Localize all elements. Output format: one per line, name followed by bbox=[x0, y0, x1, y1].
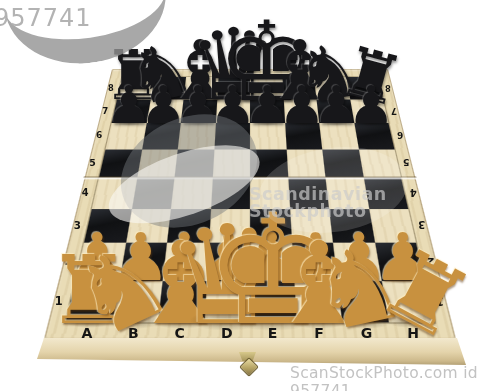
rank-label-left-6: 6 bbox=[96, 130, 102, 140]
square-h4[interactable] bbox=[363, 177, 408, 208]
rank-label-right-6: 6 bbox=[397, 130, 403, 140]
square-a4[interactable] bbox=[92, 177, 137, 208]
rank-label-right-5: 5 bbox=[403, 157, 410, 168]
square-a5[interactable] bbox=[99, 149, 142, 177]
watermark-id-text: 957741 bbox=[0, 4, 92, 32]
rank-label-right-4: 4 bbox=[410, 187, 417, 198]
square-d5[interactable] bbox=[212, 149, 250, 177]
rank-label-left-5: 5 bbox=[89, 157, 96, 168]
piece-black-pawn-h7[interactable]: ♟ bbox=[345, 79, 397, 131]
watermark-footer-text: ScanStockPhoto.com id 957741 bbox=[290, 364, 500, 391]
stock-photo-canvas: ABCDEFGH8877665544332211 ♜♞♝♛♚♝♞♜♟♟♟♟♟♟♟… bbox=[0, 0, 500, 391]
square-f5[interactable] bbox=[286, 149, 325, 177]
square-e5[interactable] bbox=[250, 149, 288, 177]
square-b5[interactable] bbox=[137, 149, 178, 177]
rank-label-left-4: 4 bbox=[82, 187, 89, 198]
board-fold-seam bbox=[83, 177, 417, 180]
square-c5[interactable] bbox=[175, 149, 214, 177]
square-h5[interactable] bbox=[358, 149, 401, 177]
square-g5[interactable] bbox=[322, 149, 363, 177]
